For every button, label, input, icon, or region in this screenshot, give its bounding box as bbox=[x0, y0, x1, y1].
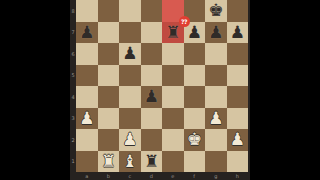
square-h4[interactable] bbox=[227, 86, 249, 108]
square-e4[interactable] bbox=[162, 86, 184, 108]
square-c3[interactable] bbox=[119, 108, 141, 130]
square-h6[interactable] bbox=[227, 43, 249, 65]
square-g8[interactable]: ♚ bbox=[205, 0, 227, 22]
file-label-e: e bbox=[162, 172, 184, 180]
square-d6[interactable] bbox=[141, 43, 163, 65]
square-c2[interactable]: ♟ bbox=[119, 129, 141, 151]
square-f5[interactable] bbox=[184, 65, 206, 87]
square-a3[interactable]: ♟ bbox=[76, 108, 98, 130]
white-bishop[interactable]: ♝ bbox=[119, 151, 141, 173]
square-b8[interactable] bbox=[98, 0, 120, 22]
black-pawn[interactable]: ♟ bbox=[227, 22, 249, 44]
white-king[interactable]: ♚ bbox=[184, 129, 206, 151]
blunder-badge: ?? bbox=[179, 16, 190, 27]
file-label-c: c bbox=[119, 172, 141, 180]
square-h1[interactable] bbox=[227, 151, 249, 173]
file-label-d: d bbox=[141, 172, 163, 180]
square-d2[interactable] bbox=[141, 129, 163, 151]
square-h2[interactable]: ♟ bbox=[227, 129, 249, 151]
square-a2[interactable] bbox=[76, 129, 98, 151]
file-label-g: g bbox=[205, 172, 227, 180]
square-a4[interactable] bbox=[76, 86, 98, 108]
square-g4[interactable] bbox=[205, 86, 227, 108]
square-e1[interactable] bbox=[162, 151, 184, 173]
square-d3[interactable] bbox=[141, 108, 163, 130]
square-e3[interactable] bbox=[162, 108, 184, 130]
screenshot-stage: 87654321 abcdefgh ♚♟♜♟♟♟♟♟♟♟♟♚♟♜♝♜ ?? bbox=[0, 0, 320, 180]
square-e6[interactable] bbox=[162, 43, 184, 65]
square-f2[interactable]: ♚ bbox=[184, 129, 206, 151]
black-king[interactable]: ♚ bbox=[205, 0, 227, 22]
square-d8[interactable] bbox=[141, 0, 163, 22]
black-pawn[interactable]: ♟ bbox=[205, 22, 227, 44]
square-g5[interactable] bbox=[205, 65, 227, 87]
square-d7[interactable] bbox=[141, 22, 163, 44]
square-d1[interactable]: ♜ bbox=[141, 151, 163, 173]
black-rook[interactable]: ♜ bbox=[141, 151, 163, 173]
square-a8[interactable] bbox=[76, 0, 98, 22]
square-b6[interactable] bbox=[98, 43, 120, 65]
file-label-a: a bbox=[76, 172, 98, 180]
square-g1[interactable] bbox=[205, 151, 227, 173]
file-label-h: h bbox=[227, 172, 249, 180]
square-b3[interactable] bbox=[98, 108, 120, 130]
white-pawn[interactable]: ♟ bbox=[76, 108, 98, 130]
square-g6[interactable] bbox=[205, 43, 227, 65]
white-pawn[interactable]: ♟ bbox=[205, 108, 227, 130]
square-e2[interactable] bbox=[162, 129, 184, 151]
square-c5[interactable] bbox=[119, 65, 141, 87]
black-pawn[interactable]: ♟ bbox=[141, 86, 163, 108]
chess-board: 87654321 abcdefgh ♚♟♜♟♟♟♟♟♟♟♟♚♟♜♝♜ ?? bbox=[70, 0, 250, 180]
square-a5[interactable] bbox=[76, 65, 98, 87]
square-c1[interactable]: ♝ bbox=[119, 151, 141, 173]
file-label-b: b bbox=[98, 172, 120, 180]
square-c7[interactable] bbox=[119, 22, 141, 44]
square-f3[interactable] bbox=[184, 108, 206, 130]
white-rook[interactable]: ♜ bbox=[98, 151, 120, 173]
black-pawn[interactable]: ♟ bbox=[76, 22, 98, 44]
square-c6[interactable]: ♟ bbox=[119, 43, 141, 65]
square-g3[interactable]: ♟ bbox=[205, 108, 227, 130]
square-d4[interactable]: ♟ bbox=[141, 86, 163, 108]
square-b4[interactable] bbox=[98, 86, 120, 108]
square-b1[interactable]: ♜ bbox=[98, 151, 120, 173]
square-h8[interactable] bbox=[227, 0, 249, 22]
square-a1[interactable] bbox=[76, 151, 98, 173]
file-label-f: f bbox=[184, 172, 206, 180]
square-e5[interactable] bbox=[162, 65, 184, 87]
square-h7[interactable]: ♟ bbox=[227, 22, 249, 44]
square-f6[interactable] bbox=[184, 43, 206, 65]
square-c8[interactable] bbox=[119, 0, 141, 22]
square-b2[interactable] bbox=[98, 129, 120, 151]
square-h3[interactable] bbox=[227, 108, 249, 130]
white-pawn[interactable]: ♟ bbox=[227, 129, 249, 151]
square-a6[interactable] bbox=[76, 43, 98, 65]
square-g7[interactable]: ♟ bbox=[205, 22, 227, 44]
file-coordinates: abcdefgh bbox=[76, 172, 248, 180]
square-c4[interactable] bbox=[119, 86, 141, 108]
square-h5[interactable] bbox=[227, 65, 249, 87]
square-g2[interactable] bbox=[205, 129, 227, 151]
square-f4[interactable] bbox=[184, 86, 206, 108]
square-b7[interactable] bbox=[98, 22, 120, 44]
white-pawn[interactable]: ♟ bbox=[119, 129, 141, 151]
square-f1[interactable] bbox=[184, 151, 206, 173]
square-b5[interactable] bbox=[98, 65, 120, 87]
square-d5[interactable] bbox=[141, 65, 163, 87]
black-pawn[interactable]: ♟ bbox=[119, 43, 141, 65]
square-a7[interactable]: ♟ bbox=[76, 22, 98, 44]
board-grid: ♚♟♜♟♟♟♟♟♟♟♟♚♟♜♝♜ bbox=[76, 0, 248, 172]
